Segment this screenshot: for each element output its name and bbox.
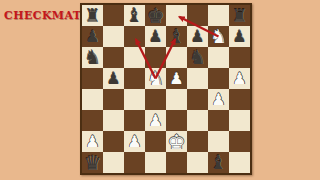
square-e8[interactable]: [166, 5, 187, 26]
white-knight-d5[interactable]: ♞: [147, 69, 164, 88]
square-b2[interactable]: [103, 131, 124, 152]
square-b3[interactable]: [103, 110, 124, 131]
square-e7[interactable]: ♝: [166, 26, 187, 47]
square-a1[interactable]: ♛: [82, 152, 103, 173]
square-g5[interactable]: [208, 68, 229, 89]
square-b5[interactable]: ♟: [103, 68, 124, 89]
black-queen-a1[interactable]: ♛: [84, 152, 102, 172]
square-b6[interactable]: [103, 47, 124, 68]
square-d5[interactable]: ♞: [145, 68, 166, 89]
square-a2[interactable]: ♟: [82, 131, 103, 152]
chess-board: ♜♝♚♜♟♟♝♟♞♟♞♞♟♞♟♟♟♟♟♟♚♛♝: [80, 3, 252, 175]
black-rook-h8[interactable]: ♜: [231, 6, 247, 24]
square-a8[interactable]: ♜: [82, 5, 103, 26]
square-h4[interactable]: [229, 89, 250, 110]
square-g7[interactable]: ♞: [208, 26, 229, 47]
square-e3[interactable]: [166, 110, 187, 131]
black-pawn-d7[interactable]: ♟: [148, 28, 162, 44]
square-f3[interactable]: [187, 110, 208, 131]
square-a5[interactable]: [82, 68, 103, 89]
square-e6[interactable]: [166, 47, 187, 68]
black-bishop-g1[interactable]: ♝: [210, 153, 227, 172]
square-b8[interactable]: [103, 5, 124, 26]
square-g2[interactable]: [208, 131, 229, 152]
white-pawn-g4[interactable]: ♟: [211, 91, 225, 107]
square-a6[interactable]: ♞: [82, 47, 103, 68]
square-e2[interactable]: ♚: [166, 131, 187, 152]
black-bishop-e7[interactable]: ♝: [168, 27, 185, 46]
chess-thumbnail: CHECKMATE ♜♝♚♜♟♟♝♟♞♟♞♞♟♞♟♟♟♟♟♟♚♛♝: [0, 0, 320, 180]
black-rook-a8[interactable]: ♜: [84, 6, 100, 24]
square-e5[interactable]: ♟: [166, 68, 187, 89]
square-d3[interactable]: ♟: [145, 110, 166, 131]
square-c5[interactable]: [124, 68, 145, 89]
square-g4[interactable]: ♟: [208, 89, 229, 110]
checkmate-caption: CHECKMATE: [4, 9, 90, 22]
black-pawn-a7[interactable]: ♟: [85, 28, 99, 44]
square-f4[interactable]: [187, 89, 208, 110]
black-knight-a6[interactable]: ♞: [84, 48, 101, 67]
square-g1[interactable]: ♝: [208, 152, 229, 173]
white-pawn-d3[interactable]: ♟: [148, 112, 162, 128]
square-h3[interactable]: [229, 110, 250, 131]
square-f1[interactable]: [187, 152, 208, 173]
square-c3[interactable]: [124, 110, 145, 131]
square-e4[interactable]: [166, 89, 187, 110]
square-b1[interactable]: [103, 152, 124, 173]
square-h8[interactable]: ♜: [229, 5, 250, 26]
black-pawn-f7[interactable]: ♟: [190, 28, 204, 44]
black-knight-f6[interactable]: ♞: [189, 48, 206, 67]
square-h5[interactable]: ♟: [229, 68, 250, 89]
square-f8[interactable]: [187, 5, 208, 26]
square-c6[interactable]: [124, 47, 145, 68]
white-king-e2[interactable]: ♚: [168, 131, 186, 151]
square-c7[interactable]: [124, 26, 145, 47]
square-f6[interactable]: ♞: [187, 47, 208, 68]
white-pawn-h5[interactable]: ♟: [232, 70, 246, 86]
square-h6[interactable]: [229, 47, 250, 68]
white-pawn-a2[interactable]: ♟: [85, 133, 99, 149]
square-f7[interactable]: ♟: [187, 26, 208, 47]
square-g6[interactable]: [208, 47, 229, 68]
square-e1[interactable]: [166, 152, 187, 173]
square-g8[interactable]: [208, 5, 229, 26]
square-c8[interactable]: ♝: [124, 5, 145, 26]
square-d8[interactable]: ♚: [145, 5, 166, 26]
square-b7[interactable]: [103, 26, 124, 47]
square-d7[interactable]: ♟: [145, 26, 166, 47]
square-a7[interactable]: ♟: [82, 26, 103, 47]
square-g3[interactable]: [208, 110, 229, 131]
square-d4[interactable]: [145, 89, 166, 110]
white-pawn-c2[interactable]: ♟: [127, 133, 141, 149]
square-h2[interactable]: [229, 131, 250, 152]
square-b4[interactable]: [103, 89, 124, 110]
white-knight-g7[interactable]: ♞: [210, 27, 227, 46]
square-d6[interactable]: [145, 47, 166, 68]
square-d2[interactable]: [145, 131, 166, 152]
square-c2[interactable]: ♟: [124, 131, 145, 152]
black-pawn-h7[interactable]: ♟: [232, 28, 246, 44]
square-d1[interactable]: [145, 152, 166, 173]
square-f2[interactable]: [187, 131, 208, 152]
square-a3[interactable]: [82, 110, 103, 131]
square-a4[interactable]: [82, 89, 103, 110]
black-bishop-c8[interactable]: ♝: [126, 6, 143, 25]
square-h1[interactable]: [229, 152, 250, 173]
square-c1[interactable]: [124, 152, 145, 173]
square-c4[interactable]: [124, 89, 145, 110]
black-pawn-b5[interactable]: ♟: [106, 70, 120, 86]
black-king-d8[interactable]: ♚: [147, 5, 165, 25]
white-pawn-e5[interactable]: ♟: [169, 70, 183, 86]
square-h7[interactable]: ♟: [229, 26, 250, 47]
square-f5[interactable]: [187, 68, 208, 89]
